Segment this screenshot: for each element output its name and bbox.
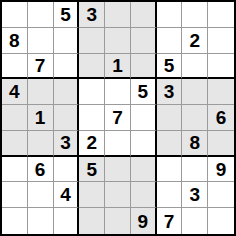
cell-r3c5[interactable]: 1 xyxy=(105,54,131,80)
cell-r6c8[interactable]: 8 xyxy=(182,131,208,157)
cell-r3c2[interactable]: 7 xyxy=(28,54,54,80)
cell-r3c6[interactable] xyxy=(131,54,157,80)
cell-r1c9[interactable] xyxy=(208,2,234,28)
given-digit: 9 xyxy=(216,160,227,179)
cell-r2c1[interactable]: 8 xyxy=(2,28,28,54)
cell-r8c8[interactable]: 3 xyxy=(182,182,208,208)
cell-r5c2[interactable]: 1 xyxy=(28,105,54,131)
cell-r9c9[interactable] xyxy=(208,208,234,234)
given-digit: 2 xyxy=(86,133,97,152)
cell-r8c7[interactable] xyxy=(157,182,183,208)
cell-r8c6[interactable] xyxy=(131,182,157,208)
cell-r9c4[interactable] xyxy=(79,208,105,234)
cell-r5c9[interactable]: 6 xyxy=(208,105,234,131)
cell-r6c7[interactable] xyxy=(157,131,183,157)
cell-r8c5[interactable] xyxy=(105,182,131,208)
given-digit: 7 xyxy=(112,108,123,127)
cell-r5c5[interactable]: 7 xyxy=(105,105,131,131)
cell-r4c9[interactable] xyxy=(208,79,234,105)
given-digit: 3 xyxy=(60,133,71,152)
given-digit: 5 xyxy=(86,160,97,179)
cell-r3c7[interactable]: 5 xyxy=(157,54,183,80)
cell-r2c4[interactable] xyxy=(79,28,105,54)
cell-r2c6[interactable] xyxy=(131,28,157,54)
cell-r1c4[interactable]: 3 xyxy=(79,2,105,28)
given-digit: 3 xyxy=(86,5,97,24)
cell-r5c6[interactable] xyxy=(131,105,157,131)
cell-r8c9[interactable] xyxy=(208,182,234,208)
cell-r2c9[interactable] xyxy=(208,28,234,54)
given-digit: 7 xyxy=(35,56,46,75)
given-digit: 4 xyxy=(9,82,20,101)
given-digit: 4 xyxy=(60,185,71,204)
cell-r4c6[interactable]: 5 xyxy=(131,79,157,105)
cell-r8c1[interactable] xyxy=(2,182,28,208)
cell-r3c9[interactable] xyxy=(208,54,234,80)
cell-r4c2[interactable] xyxy=(28,79,54,105)
cell-r9c3[interactable] xyxy=(54,208,80,234)
given-digit: 5 xyxy=(60,5,71,24)
sudoku-board: 53827154531763286594397 xyxy=(0,0,236,236)
cell-r2c3[interactable] xyxy=(54,28,80,54)
cell-r7c1[interactable] xyxy=(2,157,28,183)
cell-r3c1[interactable] xyxy=(2,54,28,80)
cell-r4c8[interactable] xyxy=(182,79,208,105)
cell-r7c3[interactable] xyxy=(54,157,80,183)
given-digit: 1 xyxy=(35,108,46,127)
given-digit: 6 xyxy=(216,108,227,127)
cell-r9c7[interactable]: 7 xyxy=(157,208,183,234)
given-digit: 5 xyxy=(164,56,175,75)
cell-r1c2[interactable] xyxy=(28,2,54,28)
cell-r7c4[interactable]: 5 xyxy=(79,157,105,183)
cell-r9c5[interactable] xyxy=(105,208,131,234)
given-digit: 3 xyxy=(190,185,201,204)
given-digit: 5 xyxy=(137,82,148,101)
cell-r8c2[interactable] xyxy=(28,182,54,208)
cell-r4c3[interactable] xyxy=(54,79,80,105)
given-digit: 3 xyxy=(164,82,175,101)
cell-r4c7[interactable]: 3 xyxy=(157,79,183,105)
given-digit: 7 xyxy=(164,212,175,231)
cell-r6c6[interactable] xyxy=(131,131,157,157)
cell-r9c6[interactable]: 9 xyxy=(131,208,157,234)
given-digit: 2 xyxy=(190,31,201,50)
cell-r1c5[interactable] xyxy=(105,2,131,28)
cell-r5c3[interactable] xyxy=(54,105,80,131)
cell-r7c9[interactable]: 9 xyxy=(208,157,234,183)
cell-r8c3[interactable]: 4 xyxy=(54,182,80,208)
cell-r1c3[interactable]: 5 xyxy=(54,2,80,28)
cell-r5c1[interactable] xyxy=(2,105,28,131)
cell-r1c7[interactable] xyxy=(157,2,183,28)
cell-r2c5[interactable] xyxy=(105,28,131,54)
given-digit: 8 xyxy=(9,31,20,50)
cell-r7c2[interactable]: 6 xyxy=(28,157,54,183)
given-digit: 9 xyxy=(137,212,148,231)
cell-r6c9[interactable] xyxy=(208,131,234,157)
cell-r2c7[interactable] xyxy=(157,28,183,54)
given-digit: 1 xyxy=(112,56,123,75)
cell-r6c2[interactable] xyxy=(28,131,54,157)
cell-r9c8[interactable] xyxy=(182,208,208,234)
cell-r4c1[interactable]: 4 xyxy=(2,79,28,105)
cell-r1c6[interactable] xyxy=(131,2,157,28)
cell-r3c4[interactable] xyxy=(79,54,105,80)
cell-r1c1[interactable] xyxy=(2,2,28,28)
cell-r7c6[interactable] xyxy=(131,157,157,183)
cell-r3c3[interactable] xyxy=(54,54,80,80)
cell-r8c4[interactable] xyxy=(79,182,105,208)
cell-r7c5[interactable] xyxy=(105,157,131,183)
cell-r7c8[interactable] xyxy=(182,157,208,183)
cell-r6c3[interactable]: 3 xyxy=(54,131,80,157)
cell-r5c4[interactable] xyxy=(79,105,105,131)
given-digit: 8 xyxy=(190,133,201,152)
cell-r3c8[interactable] xyxy=(182,54,208,80)
given-digit: 6 xyxy=(35,160,46,179)
cell-r4c4[interactable] xyxy=(79,79,105,105)
cell-r9c1[interactable] xyxy=(2,208,28,234)
cell-r2c8[interactable]: 2 xyxy=(182,28,208,54)
cell-r4c5[interactable] xyxy=(105,79,131,105)
cell-r6c4[interactable]: 2 xyxy=(79,131,105,157)
cell-r6c5[interactable] xyxy=(105,131,131,157)
cell-r5c7[interactable] xyxy=(157,105,183,131)
cell-r9c2[interactable] xyxy=(28,208,54,234)
cell-r7c7[interactable] xyxy=(157,157,183,183)
cell-r6c1[interactable] xyxy=(2,131,28,157)
cell-r5c8[interactable] xyxy=(182,105,208,131)
cell-r2c2[interactable] xyxy=(28,28,54,54)
cell-r1c8[interactable] xyxy=(182,2,208,28)
